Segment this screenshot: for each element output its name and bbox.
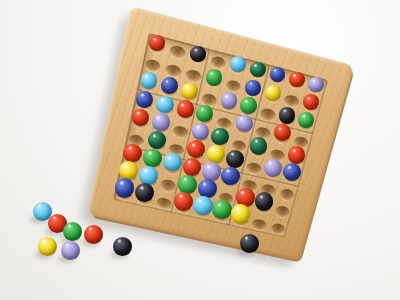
- ball-highlight: [244, 100, 249, 104]
- ball-highlight: [147, 151, 152, 155]
- ball-highlight: [230, 152, 235, 156]
- ball-dark-blue-r9c1[interactable]: [115, 178, 134, 197]
- divot: [169, 44, 187, 59]
- divot: [172, 125, 189, 139]
- loose-ball-yellow-5[interactable]: [38, 237, 57, 256]
- ball-lavender-r1c9[interactable]: [308, 77, 324, 93]
- ball-highlight: [240, 190, 245, 194]
- ball-highlight: [88, 227, 93, 231]
- ball-black-r3c8[interactable]: [279, 107, 296, 124]
- ball-highlight: [268, 161, 273, 165]
- ball-highlight: [235, 207, 240, 211]
- ball-sky-blue-r3c1[interactable]: [141, 72, 158, 89]
- ball-highlight: [302, 114, 307, 118]
- ball-sky-blue-r7c3[interactable]: [163, 153, 181, 171]
- ball-highlight: [292, 74, 296, 77]
- ball-highlight: [156, 116, 161, 120]
- ball-highlight: [67, 224, 72, 228]
- ball-yellow-r2c7[interactable]: [265, 85, 281, 101]
- ball-red-r5c9[interactable]: [288, 146, 306, 164]
- ball-highlight: [194, 48, 198, 51]
- ball-lavender-r6c8[interactable]: [264, 159, 282, 177]
- ball-highlight: [37, 204, 42, 208]
- scene: [0, 0, 400, 300]
- divot: [245, 161, 262, 175]
- ball-highlight: [144, 75, 149, 79]
- ball-highlight: [239, 117, 244, 121]
- loose-ball-black-7[interactable]: [113, 237, 132, 256]
- ball-highlight: [139, 186, 144, 190]
- loose-ball-lavender-6[interactable]: [61, 241, 80, 260]
- ball-dark-green-r5c5[interactable]: [211, 128, 229, 146]
- ball-highlight: [183, 177, 188, 181]
- ball-yellow-r9c7[interactable]: [231, 204, 250, 223]
- divot: [156, 196, 173, 210]
- divot: [251, 218, 267, 231]
- ball-dark-blue-r7c6[interactable]: [221, 167, 239, 185]
- loose-ball-green-3[interactable]: [63, 222, 82, 241]
- ball-dark-green-r5c7[interactable]: [250, 137, 268, 155]
- ball-red-r4c3[interactable]: [177, 100, 194, 117]
- divot: [185, 69, 203, 84]
- divot: [164, 63, 182, 78]
- ball-green-r9c6[interactable]: [212, 200, 231, 219]
- ball-highlight: [253, 64, 257, 67]
- ball-highlight: [191, 143, 196, 147]
- ball-sky-blue-r8c2[interactable]: [139, 166, 158, 185]
- ball-black-r6c6[interactable]: [226, 150, 244, 168]
- ball-highlight: [249, 82, 254, 86]
- ball-green-r8c4[interactable]: [178, 175, 197, 194]
- ball-sky-blue-r4c2[interactable]: [156, 96, 173, 113]
- ball-highlight: [273, 69, 277, 72]
- ball-highlight: [140, 93, 145, 97]
- loose-ball-black-8[interactable]: [240, 234, 259, 253]
- ball-dark-blue-r3c2[interactable]: [161, 77, 178, 94]
- ball-highlight: [287, 166, 292, 170]
- ball-highlight: [254, 139, 259, 143]
- ball-highlight: [215, 130, 220, 134]
- divot: [279, 188, 296, 202]
- ball-highlight: [206, 165, 211, 169]
- ball-green-r2c4[interactable]: [206, 69, 222, 85]
- ball-highlight: [123, 164, 128, 168]
- ball-dark-green-r1c6[interactable]: [250, 62, 266, 78]
- ball-highlight: [283, 109, 288, 113]
- ball-red-r7c1[interactable]: [123, 144, 141, 162]
- ball-highlight: [278, 127, 283, 131]
- ball-highlight: [292, 149, 297, 153]
- ball-black-r8c8[interactable]: [255, 192, 274, 211]
- ball-sky-blue-r1c5[interactable]: [230, 56, 246, 72]
- ball-dark-green-r6c2[interactable]: [148, 131, 166, 149]
- ball-highlight: [42, 239, 47, 243]
- ball-highlight: [128, 146, 133, 150]
- ball-green-r3c6[interactable]: [240, 97, 257, 114]
- ball-highlight: [211, 148, 216, 152]
- ball-black-r1c3[interactable]: [190, 46, 206, 62]
- ball-highlight: [52, 216, 57, 220]
- ball-yellow-r6c5[interactable]: [207, 145, 225, 163]
- ball-red-r7c4[interactable]: [183, 158, 201, 176]
- ball-highlight: [200, 108, 205, 112]
- ball-highlight: [197, 199, 202, 203]
- ball-highlight: [196, 125, 201, 129]
- ball-highlight: [165, 80, 170, 84]
- divot: [209, 55, 227, 70]
- ball-lavender-r5c2[interactable]: [152, 113, 170, 131]
- cell-r9c9[interactable]: [267, 217, 290, 238]
- ball-highlight: [209, 72, 214, 76]
- ball-highlight: [217, 203, 222, 207]
- divot: [274, 205, 290, 218]
- ball-highlight: [167, 156, 172, 160]
- ball-highlight: [185, 85, 190, 89]
- ball-highlight: [153, 38, 157, 41]
- ball-red-r9c4[interactable]: [174, 192, 193, 211]
- ball-red-r1c8[interactable]: [289, 72, 305, 88]
- ball-highlight: [136, 111, 141, 115]
- ball-green-r7c2[interactable]: [143, 149, 161, 167]
- ball-highlight: [187, 160, 192, 164]
- ball-yellow-r3c3[interactable]: [181, 83, 198, 100]
- divot: [259, 107, 276, 121]
- ball-highlight: [152, 134, 157, 138]
- ball-lavender-r7c5[interactable]: [202, 162, 220, 180]
- ball-highlight: [65, 243, 70, 247]
- ball-highlight: [225, 169, 230, 173]
- ball-highlight: [119, 181, 124, 185]
- ball-dark-blue-r6c9[interactable]: [283, 163, 301, 181]
- ball-highlight: [178, 194, 183, 198]
- ball-dark-blue-r2c6[interactable]: [245, 80, 261, 96]
- loose-ball-red-4[interactable]: [84, 225, 103, 244]
- ball-highlight: [180, 103, 185, 107]
- ball-highlight: [143, 168, 148, 172]
- ball-highlight: [224, 95, 229, 99]
- ball-highlight: [234, 59, 238, 62]
- ball-highlight: [312, 79, 316, 82]
- ball-dark-blue-r4c1[interactable]: [136, 91, 153, 108]
- ball-highlight: [268, 87, 273, 91]
- ball-highlight: [244, 236, 249, 240]
- ball-highlight: [160, 98, 165, 102]
- divot: [144, 58, 162, 73]
- ball-lavender-r4c6[interactable]: [236, 115, 253, 132]
- divot: [160, 179, 177, 193]
- ball-highlight: [307, 97, 312, 101]
- ball-highlight: [202, 182, 207, 186]
- ball-sky-blue-r9c5[interactable]: [193, 196, 212, 215]
- divot: [270, 222, 286, 235]
- ball-highlight: [117, 239, 122, 243]
- ball-highlight: [259, 195, 264, 199]
